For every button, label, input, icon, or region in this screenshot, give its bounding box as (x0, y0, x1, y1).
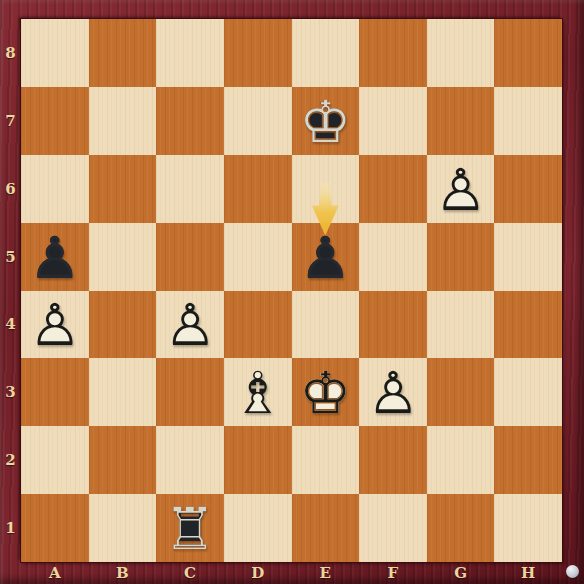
square-h1[interactable] (494, 494, 562, 562)
square-h3[interactable] (494, 358, 562, 426)
square-g2[interactable] (427, 426, 495, 494)
corner-dot-icon (566, 565, 579, 578)
rank-labels: 87654321 (0, 19, 21, 562)
square-b3[interactable] (89, 358, 157, 426)
file-label-d: D (224, 561, 292, 584)
piece-white-pawn[interactable]: ♟♙ (359, 358, 427, 426)
black-rook-glyph-outline: ♖ (156, 494, 224, 562)
rank-label-4: 4 (0, 291, 21, 359)
square-d7[interactable] (224, 87, 292, 155)
square-a8[interactable] (21, 19, 89, 87)
piece-black-pawn[interactable]: ♟♙ (292, 223, 360, 291)
rank-label-1: 1 (0, 494, 21, 562)
square-d3[interactable]: ♝♗ (224, 358, 292, 426)
square-g5[interactable] (427, 223, 495, 291)
square-g7[interactable] (427, 87, 495, 155)
square-c1[interactable]: ♜♖ (156, 494, 224, 562)
square-a7[interactable] (21, 87, 89, 155)
piece-white-bishop[interactable]: ♝♗ (224, 358, 292, 426)
square-c7[interactable] (156, 87, 224, 155)
rank-label-6: 6 (0, 155, 21, 223)
square-f3[interactable]: ♟♙ (359, 358, 427, 426)
square-f1[interactable] (359, 494, 427, 562)
piece-black-rook[interactable]: ♜♖ (156, 494, 224, 562)
square-f8[interactable] (359, 19, 427, 87)
rank-label-3: 3 (0, 358, 21, 426)
file-label-e: E (292, 561, 360, 584)
square-c4[interactable]: ♟♙ (156, 291, 224, 359)
file-label-g: G (427, 561, 495, 584)
square-d4[interactable] (224, 291, 292, 359)
square-g1[interactable] (427, 494, 495, 562)
white-pawn-glyph-outline: ♙ (156, 291, 224, 359)
rank-label-8: 8 (0, 19, 21, 87)
square-a6[interactable] (21, 155, 89, 223)
square-h8[interactable] (494, 19, 562, 87)
square-b7[interactable] (89, 87, 157, 155)
square-b5[interactable] (89, 223, 157, 291)
square-h4[interactable] (494, 291, 562, 359)
square-f4[interactable] (359, 291, 427, 359)
square-h7[interactable] (494, 87, 562, 155)
rank-label-5: 5 (0, 223, 21, 291)
piece-white-king[interactable]: ♚♔ (292, 358, 360, 426)
piece-white-pawn[interactable]: ♟♙ (427, 155, 495, 223)
file-label-h: H (494, 561, 562, 584)
square-e4[interactable] (292, 291, 360, 359)
file-label-c: C (156, 561, 224, 584)
square-g4[interactable] (427, 291, 495, 359)
square-e2[interactable] (292, 426, 360, 494)
square-b6[interactable] (89, 155, 157, 223)
white-king-glyph-outline: ♔ (292, 358, 360, 426)
white-pawn-glyph-outline: ♙ (359, 358, 427, 426)
file-labels: ABCDEFGH (21, 561, 562, 584)
square-f5[interactable] (359, 223, 427, 291)
black-king-glyph-outline: ♔ (292, 87, 360, 155)
chess-board: ♚♔♟♙♟♙♟♙♟♙♟♙♝♗♚♔♟♙♜♖ (21, 19, 562, 562)
square-g8[interactable] (427, 19, 495, 87)
square-d5[interactable] (224, 223, 292, 291)
square-f2[interactable] (359, 426, 427, 494)
black-pawn-glyph-outline: ♙ (292, 223, 360, 291)
square-b8[interactable] (89, 19, 157, 87)
square-e3[interactable]: ♚♔ (292, 358, 360, 426)
board-frame: ♚♔♟♙♟♙♟♙♟♙♟♙♝♗♚♔♟♙♜♖ 87654321 ABCDEFGH (0, 0, 584, 584)
square-d8[interactable] (224, 19, 292, 87)
square-c3[interactable] (156, 358, 224, 426)
square-b2[interactable] (89, 426, 157, 494)
square-f7[interactable] (359, 87, 427, 155)
square-e8[interactable] (292, 19, 360, 87)
square-e7[interactable]: ♚♔ (292, 87, 360, 155)
square-c2[interactable] (156, 426, 224, 494)
file-label-a: A (21, 561, 89, 584)
square-g3[interactable] (427, 358, 495, 426)
square-d1[interactable] (224, 494, 292, 562)
white-pawn-glyph-outline: ♙ (21, 291, 89, 359)
square-a3[interactable] (21, 358, 89, 426)
square-c6[interactable] (156, 155, 224, 223)
file-label-b: B (89, 561, 157, 584)
square-a1[interactable] (21, 494, 89, 562)
square-g6[interactable]: ♟♙ (427, 155, 495, 223)
white-pawn-glyph-outline: ♙ (427, 155, 495, 223)
square-a5[interactable]: ♟♙ (21, 223, 89, 291)
rank-label-2: 2 (0, 426, 21, 494)
file-label-f: F (359, 561, 427, 584)
square-h6[interactable] (494, 155, 562, 223)
white-bishop-glyph-outline: ♗ (224, 358, 292, 426)
square-h5[interactable] (494, 223, 562, 291)
square-a4[interactable]: ♟♙ (21, 291, 89, 359)
square-d6[interactable] (224, 155, 292, 223)
square-c8[interactable] (156, 19, 224, 87)
square-h2[interactable] (494, 426, 562, 494)
piece-black-king[interactable]: ♚♔ (292, 87, 360, 155)
piece-black-pawn[interactable]: ♟♙ (21, 223, 89, 291)
square-b1[interactable] (89, 494, 157, 562)
square-f6[interactable] (359, 155, 427, 223)
square-c5[interactable] (156, 223, 224, 291)
square-e6[interactable] (292, 155, 360, 223)
rank-label-7: 7 (0, 87, 21, 155)
black-pawn-glyph-outline: ♙ (21, 223, 89, 291)
square-a2[interactable] (21, 426, 89, 494)
piece-white-pawn[interactable]: ♟♙ (156, 291, 224, 359)
square-e5[interactable]: ♟♙ (292, 223, 360, 291)
square-b4[interactable] (89, 291, 157, 359)
square-d2[interactable] (224, 426, 292, 494)
square-e1[interactable] (292, 494, 360, 562)
piece-white-pawn[interactable]: ♟♙ (21, 291, 89, 359)
